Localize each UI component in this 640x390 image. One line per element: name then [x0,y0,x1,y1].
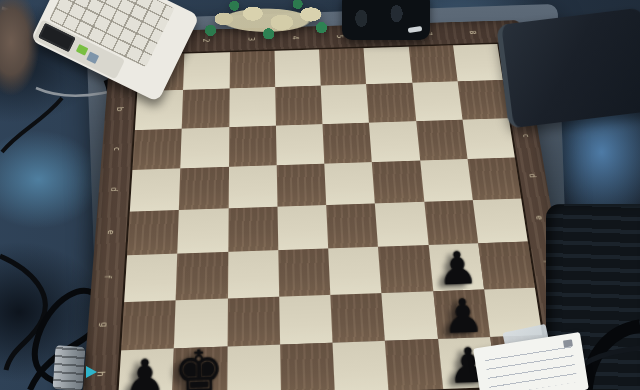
square-g4[interactable] [279,294,333,344]
square-e2[interactable] [178,208,229,253]
board-grid: ♟♟♟♚♟ [118,44,550,390]
square-f2[interactable] [176,252,228,300]
square-f8[interactable] [478,242,535,289]
square-d5[interactable] [324,162,375,205]
square-e4[interactable] [277,205,328,250]
square-f5[interactable] [328,247,381,294]
square-c5[interactable] [322,122,372,163]
scoresheet-lines [484,342,577,390]
green-sticker [76,44,88,56]
square-g1[interactable] [121,300,176,350]
coordinate-label: b [95,104,142,115]
square-f1[interactable] [124,254,177,302]
square-g7[interactable]: ♟ [433,289,490,339]
coordinate-label: c [501,130,549,141]
square-b3[interactable] [229,87,276,127]
square-h2[interactable]: ♚ [172,346,227,390]
square-b7[interactable] [412,81,462,120]
square-c4[interactable] [276,124,325,165]
square-d2[interactable] [179,167,228,210]
square-c7[interactable] [416,119,468,160]
square-h4[interactable] [280,342,335,390]
square-b4[interactable] [275,86,322,125]
black-pawn-g7[interactable]: ♟ [435,283,490,338]
square-g6[interactable] [382,291,438,341]
square-g5[interactable] [330,293,385,343]
square-e1[interactable] [127,210,179,256]
square-d1[interactable] [130,168,181,211]
square-d3[interactable] [228,165,277,208]
dark-pieces-cluster [342,0,430,40]
square-h6[interactable] [385,339,443,390]
square-c6[interactable] [369,121,420,162]
square-c3[interactable] [229,125,277,166]
square-h3[interactable] [227,344,281,390]
scoresheet-logo [563,339,573,347]
photo-scene: 12345678 12345678 abcdefgh abcdefgh ♟♟♟♚… [0,0,640,390]
coordinate-label: c [92,143,140,154]
teal-arrow-icon [86,366,97,378]
person-knee [0,0,40,96]
black-pawn-f7[interactable]: ♟ [430,237,484,290]
square-f4[interactable] [278,249,330,297]
play-area: ♟♟♟♚♟ [116,42,553,390]
black-king-h2[interactable]: ♚ [172,342,227,390]
square-b6[interactable] [366,83,415,122]
square-d6[interactable] [372,160,424,203]
square-c1[interactable] [132,128,181,170]
square-e6[interactable] [375,202,428,247]
black-cable-2-icon [2,98,62,152]
square-b5[interactable] [321,84,369,123]
square-d7[interactable] [420,159,473,202]
square-e3[interactable] [228,207,278,252]
blue-sticker [86,52,99,64]
square-h1[interactable]: ♟ [118,348,174,390]
square-b2[interactable] [182,89,229,129]
spare-pieces-pile [200,0,332,40]
square-g3[interactable] [227,296,280,346]
chair-backrest [496,7,640,128]
black-pawn-h1[interactable]: ♟ [118,343,173,390]
square-f6[interactable] [378,245,433,292]
metal-object [53,345,86,390]
square-d4[interactable] [276,163,326,206]
square-c2[interactable] [181,127,229,168]
black-cable-3-icon [0,256,45,370]
square-h5[interactable] [332,341,388,390]
square-e5[interactable] [326,203,378,248]
square-f3[interactable] [227,250,278,298]
